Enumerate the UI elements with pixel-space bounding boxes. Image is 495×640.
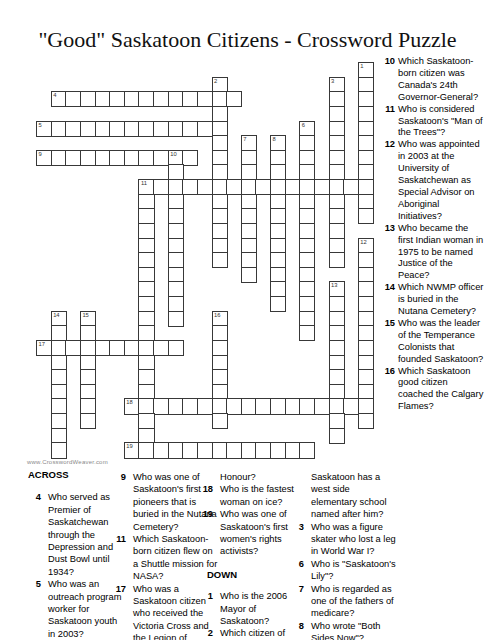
cell-number-16: 16 <box>214 312 220 319</box>
cell-number-3: 3 <box>331 78 334 85</box>
clue-number: 11 <box>382 104 395 116</box>
clue-number: 19 <box>199 508 213 520</box>
clue-continuation: Honour? <box>199 471 297 483</box>
clue-number: 8 <box>290 620 304 632</box>
clue-text: Who was a Saskatoon citizen who received… <box>133 584 209 640</box>
grid-cell-r26c18[interactable] <box>299 442 315 458</box>
grid-cell-r17c9[interactable] <box>168 311 184 327</box>
clue-number: 1 <box>199 590 213 602</box>
clue-number: 3 <box>290 521 304 533</box>
clue-number: 15 <box>382 318 395 330</box>
footer-url: www.CrosswordWeaver.com <box>27 459 108 465</box>
clue-2: 2Which citizen of <box>199 627 297 639</box>
clue-text: Who became the first Indian woman in 197… <box>398 223 483 281</box>
clue-number: 4 <box>27 491 41 503</box>
clue-text: Which Saskatoon good citizen coached the… <box>398 366 483 412</box>
cell-number-11: 11 <box>141 180 147 187</box>
clue-text: Which Saskatoon-born citizen was Canada'… <box>398 56 478 102</box>
clue-text: Who is regarded as one of the fathers of… <box>311 584 394 619</box>
cell-number-5: 5 <box>39 122 42 129</box>
clue-text: Who was an outreach program worker for S… <box>48 579 121 639</box>
clue-number: 5 <box>27 578 41 590</box>
clue-8: 8Who wrote "Both Sides Now"? <box>290 620 397 640</box>
cell-number-1: 1 <box>360 63 363 70</box>
cell-number-12: 12 <box>360 239 366 246</box>
cell-number-6: 6 <box>302 122 305 129</box>
clue-text: Which NWMP officer is buried in the Nuta… <box>398 282 483 316</box>
clue-text: Which citizen of <box>220 628 285 638</box>
grid-cell-r26c1[interactable] <box>51 442 67 458</box>
grid-cell-r16c16[interactable] <box>270 296 286 312</box>
crossword-page: "Good" Saskatoon Citizens - Crossword Pu… <box>0 0 495 640</box>
grid-cell-r25c20[interactable] <box>329 428 345 444</box>
clue-number: 16 <box>382 366 395 378</box>
cell-number-2: 2 <box>214 78 217 85</box>
clue-number: 10 <box>382 56 395 68</box>
grid-cell-r13c20[interactable] <box>329 252 345 268</box>
clue-text: Who was one of Saskatoon's first women's… <box>220 509 288 556</box>
clue-14: 14Which NWMP officer is buried in the Nu… <box>382 282 484 318</box>
cell-number-4: 4 <box>53 92 56 99</box>
clue-text: Who is "Saskatoon's Lily"? <box>311 559 396 581</box>
grid-cell-r14c14[interactable] <box>241 267 257 283</box>
clue-text: Who is the 2006 Mayor of Saskatoon? <box>220 591 287 626</box>
clue-18: 18Who is the fastest woman on ice? <box>199 483 297 508</box>
cell-number-10: 10 <box>170 151 176 158</box>
grid-cell-r6c10[interactable] <box>182 150 198 166</box>
clue-19: 19Who was one of Saskatoon's first women… <box>199 508 297 558</box>
clue-16: 16Which Saskatoon good citizen coached t… <box>382 366 484 414</box>
clue-number: 17 <box>112 583 126 595</box>
grid-cell-r24c22[interactable] <box>358 413 374 429</box>
clue-7: 7Who is regarded as one of the fathers o… <box>290 583 397 620</box>
clue-1: 1Who is the 2006 Mayor of Saskatoon? <box>199 590 297 627</box>
grid-cell-r19c9[interactable] <box>168 340 184 356</box>
cell-number-7: 7 <box>243 136 246 143</box>
cell-number-8: 8 <box>273 136 276 143</box>
clue-number: 6 <box>290 558 304 570</box>
clue-3: 3Who was a figure skater who lost a leg … <box>290 521 397 558</box>
clue-13: 13Who became the first Indian woman in 1… <box>382 223 484 283</box>
grid-cell-r18c18[interactable] <box>299 325 315 341</box>
clue-text: Saskatoon has a west side elementary sch… <box>311 472 386 519</box>
grid-cell-r13c12[interactable] <box>212 252 228 268</box>
cell-number-19: 19 <box>126 443 132 450</box>
clue-number: 2 <box>199 627 213 639</box>
clue-12: 12Who was appointed in 2003 at the Unive… <box>382 139 484 222</box>
clue-number: 11 <box>112 533 126 545</box>
clue-text: Who served as Premier of Saskatchewan th… <box>48 492 113 576</box>
clue-6: 6Who is "Saskatoon's Lily"? <box>290 558 397 583</box>
clue-text: Honour? <box>220 472 256 482</box>
page-title: "Good" Saskatoon Citizens - Crossword Pu… <box>0 27 495 53</box>
clue-text: Who was a figure skater who lost a leg i… <box>311 522 396 557</box>
cell-number-17: 17 <box>39 341 45 348</box>
clue-10: 10Which Saskatoon-born citizen was Canad… <box>382 56 484 104</box>
clue-number: 13 <box>382 223 395 235</box>
grid-cell-r10c22[interactable] <box>358 208 374 224</box>
clue-number: 14 <box>382 282 395 294</box>
grid-cell-r24c12[interactable] <box>212 413 228 429</box>
clue-column-4: Saskatoon has a west side elementary sch… <box>290 471 397 640</box>
clue-number: 9 <box>112 471 126 483</box>
down-header: DOWN <box>207 569 297 581</box>
clue-text: Who is the fastest woman on ice? <box>220 484 294 506</box>
clue-number: 12 <box>382 139 395 151</box>
clue-text: Who wrote "Both Sides Now"? <box>311 621 380 640</box>
cell-number-15: 15 <box>82 312 88 319</box>
cell-number-9: 9 <box>39 151 42 158</box>
cell-number-18: 18 <box>126 399 132 406</box>
grid-cell-r24c3[interactable] <box>80 413 96 429</box>
clue-column-3: Honour?18Who is the fastest woman on ice… <box>199 471 297 640</box>
cell-number-14: 14 <box>53 312 59 319</box>
clue-11: 11Who is considered Saskatoon's "Man of … <box>382 104 484 140</box>
clue-text: Who is considered Saskatoon's "Man of th… <box>398 104 483 138</box>
clue-number: 7 <box>290 583 304 595</box>
cell-number-13: 13 <box>331 282 337 289</box>
clue-number: 18 <box>199 483 213 495</box>
down-clues-side-column: 10Which Saskatoon-born citizen was Canad… <box>382 56 482 413</box>
clue-text: Who was the leader of the Temperance Col… <box>398 318 483 364</box>
clue-continuation: Saskatoon has a west side elementary sch… <box>290 471 397 521</box>
clue-15: 15Who was the leader of the Temperance C… <box>382 318 484 366</box>
clue-text: Who was appointed in 2003 at the Univers… <box>398 139 480 220</box>
grid-cell-r2c13[interactable] <box>226 91 242 107</box>
